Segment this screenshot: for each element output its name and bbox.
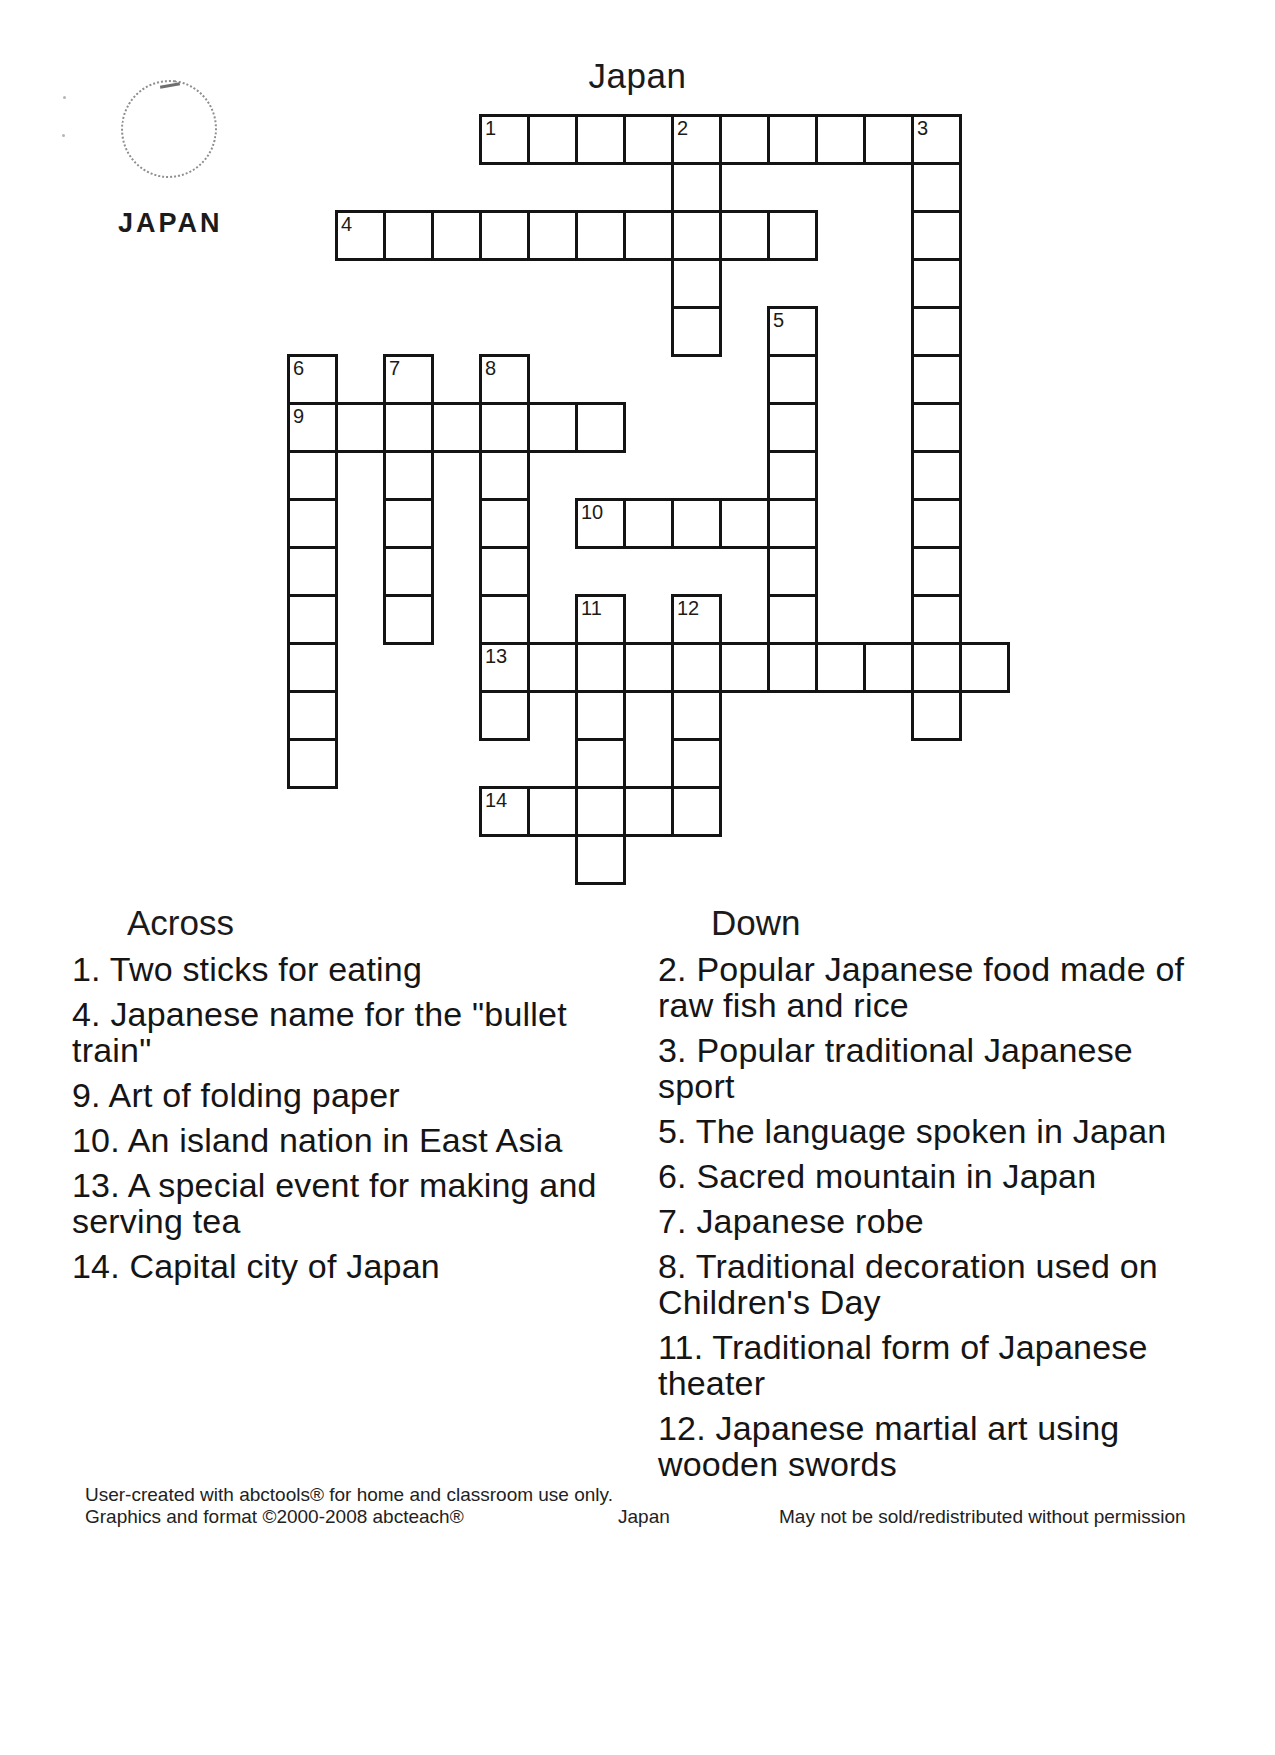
grid-cell[interactable] [911,402,962,453]
grid-cell[interactable] [671,498,722,549]
grid-cell[interactable] [719,498,770,549]
cell-number: 13 [485,645,507,668]
grid-cell[interactable] [287,738,338,789]
grid-cell[interactable] [815,642,866,693]
cell-number: 12 [677,597,699,620]
clue-line: 13. A special event for making and [72,1167,647,1203]
grid-cell[interactable]: 7 [383,354,434,405]
grid-cell[interactable] [479,450,530,501]
grid-cell[interactable] [575,114,626,165]
grid-cell[interactable] [287,546,338,597]
grid-cell[interactable]: 14 [479,786,530,837]
clue-down-8: 8. Traditional decoration used onChildre… [658,1248,1273,1320]
grid-cell[interactable] [527,402,578,453]
grid-cell[interactable]: 2 [671,114,722,165]
cell-number: 3 [917,117,928,140]
footer-line1: User-created with abctools® for home and… [85,1484,613,1506]
clue-across-10: 10. An island nation in East Asia [72,1122,647,1158]
down-heading: Down [658,903,1273,943]
grid-cell[interactable] [287,642,338,693]
grid-cell[interactable] [383,450,434,501]
scan-speck [62,134,65,137]
clue-across-14: 14. Capital city of Japan [72,1248,647,1284]
cell-number: 9 [293,405,304,428]
grid-cell[interactable] [287,450,338,501]
grid-cell[interactable]: 12 [671,594,722,645]
clue-down-3: 3. Popular traditional Japanesesport [658,1032,1273,1104]
grid-cell[interactable] [527,642,578,693]
clue-line: sport [658,1068,1273,1104]
clue-down-7: 7. Japanese robe [658,1203,1273,1239]
clue-down-6: 6. Sacred mountain in Japan [658,1158,1273,1194]
clue-across-9: 9. Art of folding paper [72,1077,647,1113]
grid-cell[interactable] [911,498,962,549]
grid-cell[interactable] [575,210,626,261]
grid-cell[interactable]: 4 [335,210,386,261]
grid-cell[interactable] [623,786,674,837]
clue-line: 1. Two sticks for eating [72,951,647,987]
clue-line: theater [658,1365,1273,1401]
cell-number: 5 [773,309,784,332]
grid-cell[interactable] [623,642,674,693]
grid-cell[interactable] [335,402,386,453]
grid-cell[interactable] [911,546,962,597]
grid-cell[interactable] [383,546,434,597]
grid-cell[interactable] [575,690,626,741]
grid-cell[interactable] [911,690,962,741]
grid-cell[interactable] [383,402,434,453]
clue-across-4: 4. Japanese name for the "bullettrain" [72,996,647,1068]
across-clues-section: Across 1. Two sticks for eating4. Japane… [72,903,647,1293]
grid-cell[interactable] [575,642,626,693]
cell-number: 7 [389,357,400,380]
across-heading: Across [72,903,647,943]
grid-cell[interactable] [479,210,530,261]
grid-cell[interactable] [623,114,674,165]
footer-credits: User-created with abctools® for home and… [85,1484,613,1528]
grid-cell[interactable] [911,162,962,213]
grid-cell[interactable] [767,498,818,549]
grid-cell[interactable] [671,738,722,789]
grid-cell[interactable] [527,210,578,261]
grid-cell[interactable] [767,210,818,261]
grid-cell[interactable] [575,738,626,789]
grid-cell[interactable]: 1 [479,114,530,165]
grid-cell[interactable] [527,786,578,837]
footer-title: Japan [618,1506,670,1528]
cell-number: 8 [485,357,496,380]
grid-cell[interactable] [671,162,722,213]
grid-cell[interactable] [479,690,530,741]
cell-number: 1 [485,117,496,140]
cell-number: 10 [581,501,603,524]
grid-cell[interactable] [911,354,962,405]
grid-cell[interactable] [911,210,962,261]
clue-line: 8. Traditional decoration used on [658,1248,1273,1284]
grid-cell[interactable] [767,450,818,501]
crossword-grid: 1234567891011121314 [287,114,1008,883]
grid-cell[interactable]: 13 [479,642,530,693]
grid-cell[interactable] [911,258,962,309]
clue-line: wooden swords [658,1446,1273,1482]
cell-number: 4 [341,213,352,236]
grid-cell[interactable] [479,546,530,597]
grid-cell[interactable] [911,594,962,645]
clue-line: 5. The language spoken in Japan [658,1113,1273,1149]
grid-cell[interactable] [527,114,578,165]
logo-label: JAPAN [118,208,223,239]
worksheet-page: { "game": "crossword", "title": "Japan",… [0,0,1275,1755]
clue-line: 2. Popular Japanese food made of [658,951,1273,987]
grid-cell[interactable] [767,354,818,405]
grid-cell[interactable] [383,594,434,645]
clue-line: 6. Sacred mountain in Japan [658,1158,1273,1194]
grid-cell[interactable] [671,690,722,741]
clue-down-12: 12. Japanese martial art usingwooden swo… [658,1410,1273,1482]
grid-cell[interactable] [479,402,530,453]
grid-cell[interactable] [671,306,722,357]
grid-cell[interactable] [911,450,962,501]
scan-speck [63,96,66,99]
grid-cell[interactable]: 5 [767,306,818,357]
clue-line: 14. Capital city of Japan [72,1248,647,1284]
grid-cell[interactable] [911,306,962,357]
grid-cell[interactable] [383,498,434,549]
clue-across-13: 13. A special event for making andservin… [72,1167,647,1239]
grid-cell[interactable] [623,210,674,261]
grid-cell[interactable] [431,402,482,453]
grid-cell[interactable] [623,498,674,549]
grid-cell[interactable] [767,114,818,165]
grid-cell[interactable] [767,402,818,453]
grid-cell[interactable] [911,642,962,693]
cell-number: 6 [293,357,304,380]
grid-cell[interactable] [287,594,338,645]
grid-cell[interactable] [719,210,770,261]
grid-cell[interactable] [575,786,626,837]
clue-line: train" [72,1032,647,1068]
clue-line: 9. Art of folding paper [72,1077,647,1113]
grid-cell[interactable] [479,498,530,549]
grid-cell[interactable] [575,402,626,453]
clue-line: 4. Japanese name for the "bullet [72,996,647,1032]
clue-line: 7. Japanese robe [658,1203,1273,1239]
clue-line: 11. Traditional form of Japanese [658,1329,1273,1365]
across-clue-list: 1. Two sticks for eating4. Japanese name… [72,951,647,1284]
grid-cell[interactable] [767,642,818,693]
clue-line: raw fish and rice [658,987,1273,1023]
clue-down-5: 5. The language spoken in Japan [658,1113,1273,1149]
grid-cell[interactable]: 8 [479,354,530,405]
down-clue-list: 2. Popular Japanese food made ofraw fish… [658,951,1273,1482]
grid-cell[interactable] [431,210,482,261]
clue-down-2: 2. Popular Japanese food made ofraw fish… [658,951,1273,1023]
grid-cell[interactable] [287,498,338,549]
cell-number: 14 [485,789,507,812]
grid-cell[interactable] [575,834,626,885]
grid-cell[interactable]: 9 [287,402,338,453]
grid-cell[interactable] [383,210,434,261]
grid-cell[interactable]: 11 [575,594,626,645]
grid-cell[interactable] [719,642,770,693]
clue-line: 12. Japanese martial art using [658,1410,1273,1446]
clue-line: 3. Popular traditional Japanese [658,1032,1273,1068]
grid-cell[interactable] [959,642,1010,693]
footer-line2: Graphics and format ©2000-2008 abcteach® [85,1506,613,1528]
grid-cell[interactable] [671,258,722,309]
grid-cell[interactable] [863,114,914,165]
footer-permission: May not be sold/redistributed without pe… [779,1506,1186,1528]
clue-line: serving tea [72,1203,647,1239]
grid-cell[interactable] [671,642,722,693]
clue-across-1: 1. Two sticks for eating [72,951,647,987]
grid-cell[interactable]: 6 [287,354,338,405]
grid-cell[interactable]: 10 [575,498,626,549]
grid-cell[interactable] [671,786,722,837]
cell-number: 2 [677,117,688,140]
clue-down-11: 11. Traditional form of Japanesetheater [658,1329,1273,1401]
clue-line: 10. An island nation in East Asia [72,1122,647,1158]
down-clues-section: Down 2. Popular Japanese food made ofraw… [658,903,1273,1491]
grid-cell[interactable] [671,210,722,261]
grid-cell[interactable] [863,642,914,693]
clue-line: Children's Day [658,1284,1273,1320]
grid-cell[interactable] [767,594,818,645]
cell-number: 11 [581,597,602,620]
grid-cell[interactable] [767,546,818,597]
grid-cell[interactable] [815,114,866,165]
grid-cell[interactable] [287,690,338,741]
grid-cell[interactable] [479,594,530,645]
grid-cell[interactable]: 3 [911,114,962,165]
grid-cell[interactable] [719,114,770,165]
